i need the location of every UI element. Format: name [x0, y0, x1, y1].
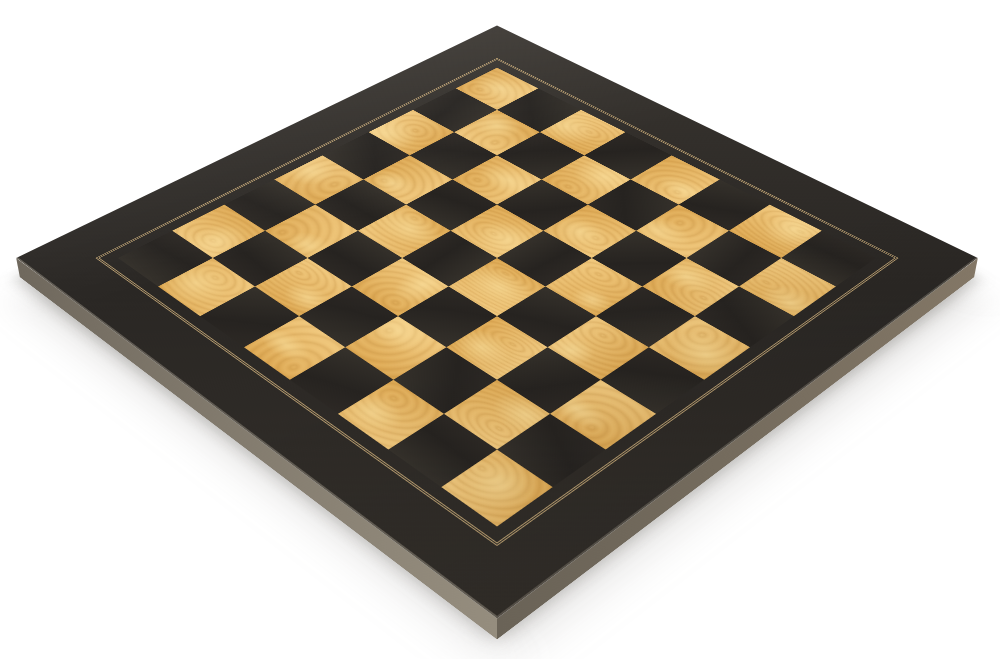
square-c1[interactable]	[200, 286, 299, 347]
board-photo	[0, 0, 1000, 659]
square-h6[interactable]	[695, 286, 794, 347]
square-d2[interactable]	[299, 286, 398, 347]
square-g1[interactable]	[388, 414, 497, 487]
square-h4[interactable]	[601, 347, 705, 414]
square-e4[interactable]	[449, 258, 546, 316]
square-f2[interactable]	[393, 347, 497, 414]
square-f3[interactable]	[446, 316, 547, 380]
square-g6[interactable]	[642, 258, 739, 316]
square-d3[interactable]	[352, 258, 449, 316]
chess-board	[16, 26, 978, 619]
square-h2[interactable]	[497, 414, 606, 487]
square-e3[interactable]	[398, 286, 497, 347]
square-d1[interactable]	[244, 316, 345, 380]
square-h5[interactable]	[649, 316, 750, 380]
square-h1[interactable]	[441, 450, 552, 527]
square-c2[interactable]	[255, 258, 352, 316]
square-e2[interactable]	[345, 316, 446, 380]
square-f4[interactable]	[497, 286, 596, 347]
square-g5[interactable]	[596, 286, 695, 347]
square-f5[interactable]	[545, 258, 642, 316]
square-h3[interactable]	[550, 380, 656, 450]
square-f1[interactable]	[338, 380, 444, 450]
board-frame	[16, 26, 978, 619]
square-h7[interactable]	[739, 258, 836, 316]
square-g2[interactable]	[444, 380, 550, 450]
square-g3[interactable]	[497, 347, 601, 414]
square-g4[interactable]	[548, 316, 649, 380]
square-e1[interactable]	[290, 347, 394, 414]
square-b1[interactable]	[158, 258, 255, 316]
